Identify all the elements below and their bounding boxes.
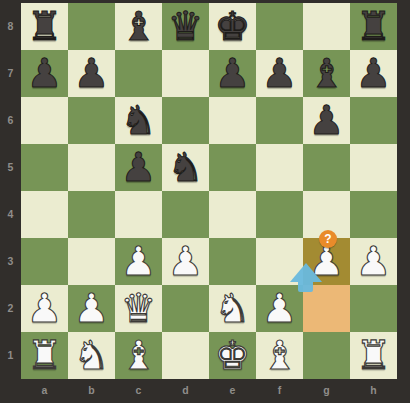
piece-white-pawn[interactable]: ♟ bbox=[68, 285, 115, 332]
square-c1[interactable]: ♝ bbox=[115, 332, 162, 379]
piece-white-pawn[interactable]: ♟ bbox=[21, 285, 68, 332]
piece-black-king[interactable]: ♚ bbox=[209, 3, 256, 50]
square-h6[interactable] bbox=[350, 97, 397, 144]
square-e1[interactable]: ♚ bbox=[209, 332, 256, 379]
piece-black-pawn[interactable]: ♟ bbox=[303, 97, 350, 144]
chess-board: ♜♝♛♚♜♟♟♟♟♝♟♞♟♟♞♟♟♟♟♟♟♛♞♟♜♞♝♚♝♜ bbox=[21, 3, 397, 379]
piece-black-knight[interactable]: ♞ bbox=[115, 97, 162, 144]
piece-white-pawn[interactable]: ♟ bbox=[350, 238, 397, 285]
piece-white-pawn[interactable]: ♟ bbox=[256, 285, 303, 332]
square-d1[interactable] bbox=[162, 332, 209, 379]
square-f5[interactable] bbox=[256, 144, 303, 191]
rank-label-5: 5 bbox=[0, 144, 21, 191]
square-h7[interactable]: ♟ bbox=[350, 50, 397, 97]
mistake-badge: ? bbox=[319, 230, 337, 248]
square-c3[interactable]: ♟ bbox=[115, 238, 162, 285]
file-label-g: g bbox=[303, 379, 350, 402]
square-c5[interactable]: ♟ bbox=[115, 144, 162, 191]
file-label-d: d bbox=[162, 379, 209, 402]
square-h8[interactable]: ♜ bbox=[350, 3, 397, 50]
piece-white-knight[interactable]: ♞ bbox=[68, 332, 115, 379]
square-c2[interactable]: ♛ bbox=[115, 285, 162, 332]
square-g1[interactable] bbox=[303, 332, 350, 379]
rank-label-7: 7 bbox=[0, 50, 21, 97]
rank-label-6: 6 bbox=[0, 97, 21, 144]
square-b4[interactable] bbox=[68, 191, 115, 238]
square-e3[interactable] bbox=[209, 238, 256, 285]
piece-white-bishop[interactable]: ♝ bbox=[115, 332, 162, 379]
square-b6[interactable] bbox=[68, 97, 115, 144]
piece-white-pawn[interactable]: ♟ bbox=[115, 238, 162, 285]
square-e2[interactable]: ♞ bbox=[209, 285, 256, 332]
piece-black-knight[interactable]: ♞ bbox=[162, 144, 209, 191]
file-label-a: a bbox=[21, 379, 68, 402]
piece-white-king[interactable]: ♚ bbox=[209, 332, 256, 379]
file-labels: abcdefgh bbox=[21, 379, 397, 402]
square-a2[interactable]: ♟ bbox=[21, 285, 68, 332]
square-d6[interactable] bbox=[162, 97, 209, 144]
square-e4[interactable] bbox=[209, 191, 256, 238]
square-f8[interactable] bbox=[256, 3, 303, 50]
piece-black-pawn[interactable]: ♟ bbox=[21, 50, 68, 97]
square-f6[interactable] bbox=[256, 97, 303, 144]
square-b8[interactable] bbox=[68, 3, 115, 50]
square-a1[interactable]: ♜ bbox=[21, 332, 68, 379]
square-a8[interactable]: ♜ bbox=[21, 3, 68, 50]
square-h1[interactable]: ♜ bbox=[350, 332, 397, 379]
square-d7[interactable] bbox=[162, 50, 209, 97]
piece-white-pawn[interactable]: ♟ bbox=[162, 238, 209, 285]
square-b2[interactable]: ♟ bbox=[68, 285, 115, 332]
square-a3[interactable] bbox=[21, 238, 68, 285]
piece-white-rook[interactable]: ♜ bbox=[350, 332, 397, 379]
piece-black-pawn[interactable]: ♟ bbox=[209, 50, 256, 97]
square-a7[interactable]: ♟ bbox=[21, 50, 68, 97]
rank-labels: 87654321 bbox=[0, 3, 21, 379]
square-c4[interactable] bbox=[115, 191, 162, 238]
piece-white-knight[interactable]: ♞ bbox=[209, 285, 256, 332]
square-h4[interactable] bbox=[350, 191, 397, 238]
square-e5[interactable] bbox=[209, 144, 256, 191]
square-f4[interactable] bbox=[256, 191, 303, 238]
square-f2[interactable]: ♟ bbox=[256, 285, 303, 332]
piece-black-rook[interactable]: ♜ bbox=[21, 3, 68, 50]
piece-white-rook[interactable]: ♜ bbox=[21, 332, 68, 379]
rank-label-4: 4 bbox=[0, 191, 21, 238]
piece-black-pawn[interactable]: ♟ bbox=[256, 50, 303, 97]
square-b5[interactable] bbox=[68, 144, 115, 191]
square-b3[interactable] bbox=[68, 238, 115, 285]
square-b1[interactable]: ♞ bbox=[68, 332, 115, 379]
rank-label-2: 2 bbox=[0, 285, 21, 332]
square-a4[interactable] bbox=[21, 191, 68, 238]
rank-label-1: 1 bbox=[0, 332, 21, 379]
file-label-h: h bbox=[350, 379, 397, 402]
piece-black-bishop[interactable]: ♝ bbox=[303, 50, 350, 97]
piece-black-bishop[interactable]: ♝ bbox=[115, 3, 162, 50]
square-f7[interactable]: ♟ bbox=[256, 50, 303, 97]
square-d5[interactable]: ♞ bbox=[162, 144, 209, 191]
square-d4[interactable] bbox=[162, 191, 209, 238]
app-background: 87654321 ♜♝♛♚♜♟♟♟♟♝♟♞♟♟♞♟♟♟♟♟♟♛♞♟♜♞♝♚♝♜ … bbox=[0, 0, 410, 403]
square-e8[interactable]: ♚ bbox=[209, 3, 256, 50]
rank-label-3: 3 bbox=[0, 238, 21, 285]
square-d2[interactable] bbox=[162, 285, 209, 332]
piece-black-pawn[interactable]: ♟ bbox=[115, 144, 162, 191]
square-a6[interactable] bbox=[21, 97, 68, 144]
square-g6[interactable]: ♟ bbox=[303, 97, 350, 144]
piece-black-rook[interactable]: ♜ bbox=[350, 3, 397, 50]
square-d8[interactable]: ♛ bbox=[162, 3, 209, 50]
square-c6[interactable]: ♞ bbox=[115, 97, 162, 144]
file-label-e: e bbox=[209, 379, 256, 402]
square-h2[interactable] bbox=[350, 285, 397, 332]
square-c8[interactable]: ♝ bbox=[115, 3, 162, 50]
square-h5[interactable] bbox=[350, 144, 397, 191]
piece-black-pawn[interactable]: ♟ bbox=[68, 50, 115, 97]
square-f3[interactable] bbox=[256, 238, 303, 285]
piece-white-bishop[interactable]: ♝ bbox=[256, 332, 303, 379]
square-b7[interactable]: ♟ bbox=[68, 50, 115, 97]
square-e7[interactable]: ♟ bbox=[209, 50, 256, 97]
rank-label-8: 8 bbox=[0, 3, 21, 50]
square-g7[interactable]: ♝ bbox=[303, 50, 350, 97]
piece-white-queen[interactable]: ♛ bbox=[115, 285, 162, 332]
square-h3[interactable]: ♟ bbox=[350, 238, 397, 285]
square-a5[interactable] bbox=[21, 144, 68, 191]
square-g8[interactable] bbox=[303, 3, 350, 50]
square-g2[interactable] bbox=[303, 285, 350, 332]
square-g5[interactable] bbox=[303, 144, 350, 191]
file-label-f: f bbox=[256, 379, 303, 402]
file-label-c: c bbox=[115, 379, 162, 402]
piece-black-pawn[interactable]: ♟ bbox=[350, 50, 397, 97]
square-f1[interactable]: ♝ bbox=[256, 332, 303, 379]
piece-black-queen[interactable]: ♛ bbox=[162, 3, 209, 50]
file-label-b: b bbox=[68, 379, 115, 402]
square-d3[interactable]: ♟ bbox=[162, 238, 209, 285]
square-e6[interactable] bbox=[209, 97, 256, 144]
square-c7[interactable] bbox=[115, 50, 162, 97]
